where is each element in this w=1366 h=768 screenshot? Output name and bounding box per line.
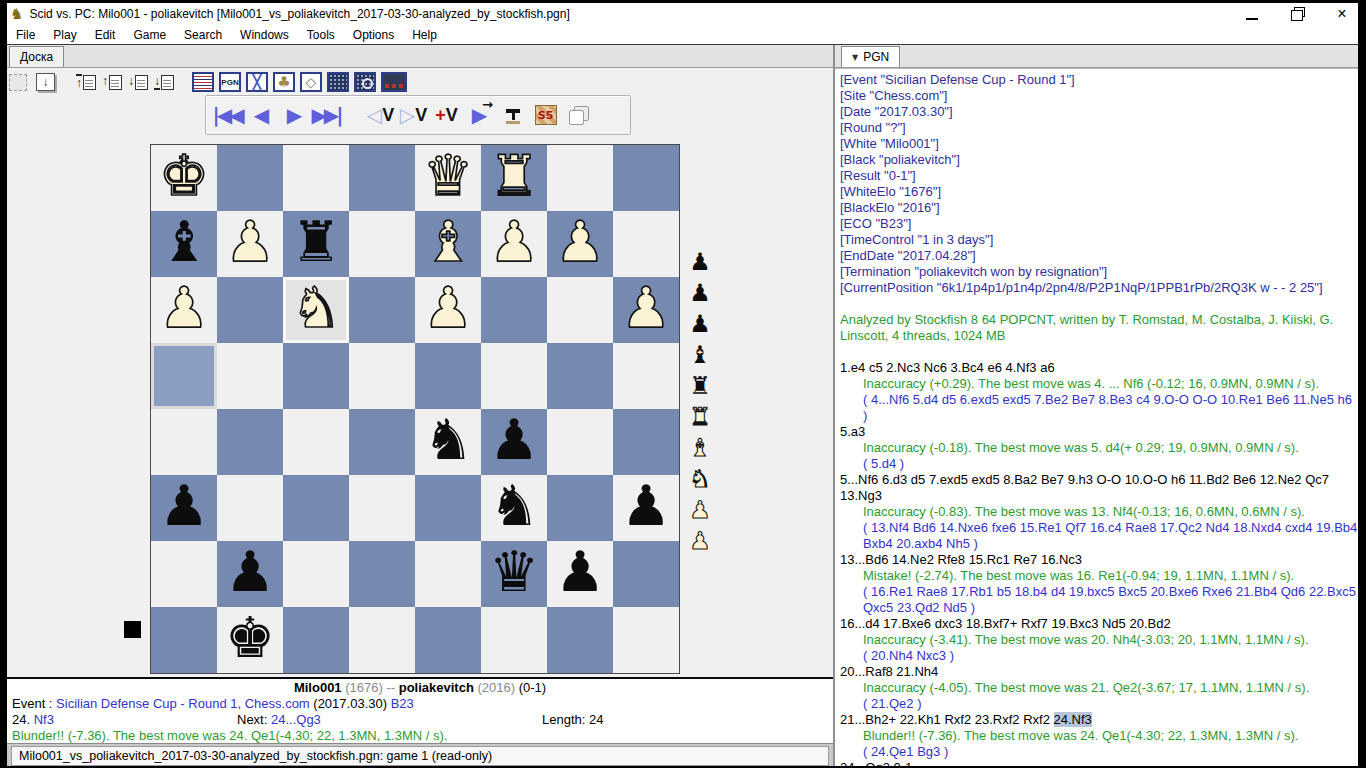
pgn-segment: Inaccuracy (-3.41). The best move was 20…: [863, 632, 1309, 647]
square-b2[interactable]: ♟: [547, 211, 613, 277]
square-h3[interactable]: ♟: [151, 277, 217, 343]
enter-variation-button[interactable]: ▷V: [397, 99, 430, 131]
captured-black-pawn: ♟: [683, 308, 717, 339]
tab-pgn-label: PGN: [863, 50, 889, 64]
white-pawn: ♟: [225, 214, 275, 270]
black-bishop: ♝: [159, 214, 209, 270]
pgn-segment: 5...Nf6 6.d3 d5 7.exd5 exd5 8.Ba2 Be7 9.…: [840, 472, 1329, 487]
square-c7[interactable]: ♛: [481, 541, 547, 607]
white-pawn: ♟: [423, 280, 473, 336]
square-e7[interactable]: [349, 541, 415, 607]
menu-search[interactable]: Search: [175, 27, 231, 43]
tools-icon[interactable]: ╳: [246, 72, 270, 92]
pgn-segment: Analyzed by Stockfish 8 64 POPCNT, writt…: [840, 312, 1333, 327]
pgn-line[interactable]: 1.e4 c5 2.Nc3 Nc6 3.Bc4 e6 4.Nf3 a6: [840, 360, 1358, 376]
pgn-segment: ( 16.Re1 Rae8 17.Rb1 b5 18.b4 d4 19.bxc5…: [863, 584, 1356, 599]
pgn-segment: [Result "0-1"]: [840, 168, 916, 183]
menu-options[interactable]: Options: [344, 27, 403, 43]
pgn-segment: Inaccuracy (-0.18). The best move was 5.…: [863, 440, 1299, 455]
square-d3[interactable]: ♟: [415, 277, 481, 343]
square-f3[interactable]: ♞: [283, 277, 349, 343]
pgn-line[interactable]: 20...Raf8 21.Nh4: [840, 664, 1358, 680]
pgn-segment: ( 21.Qe2 ): [863, 696, 922, 711]
pgn-line[interactable]: [840, 344, 1358, 360]
first-game-icon[interactable]: ↑: [76, 72, 99, 92]
previous-variation-button[interactable]: ◁V: [364, 99, 397, 131]
pgn-line[interactable]: [White "Milo001"]: [840, 136, 1358, 152]
pgn-line[interactable]: Analyzed by Stockfish 8 64 POPCNT, writt…: [840, 312, 1358, 328]
pgn-segment: [CurrentPosition "6k1/1p4p1/p1n4p/2pn4/8…: [840, 280, 1323, 295]
pgn-segment: 13.Ng3: [840, 488, 882, 503]
pgn-segment: 13...Bd6 14.Ne2 Rfe8 15.Rc1 Re7 16.Nc3: [840, 552, 1082, 567]
captured-white-bishop: ♝: [683, 432, 717, 463]
pgn-segment: [WhiteElo "1676"]: [840, 184, 941, 199]
square-g2[interactable]: ♟: [217, 211, 283, 277]
pgn-line[interactable]: [TimeControl "1 in 3 days"]: [840, 232, 1358, 248]
pgn-line[interactable]: Linscott, 4 threads, 1024 MB: [840, 328, 1358, 344]
square-d4[interactable]: [415, 343, 481, 409]
square-d6[interactable]: [415, 475, 481, 541]
pgn-line[interactable]: Qxc5 23.Qd2 Nd5 ): [840, 600, 1358, 616]
pgn-line[interactable]: Blunder!! (-7.36). The best move was 24.…: [840, 728, 1358, 744]
square-e4[interactable]: [349, 343, 415, 409]
pgn-line[interactable]: 5...Nf6 6.d3 d5 7.exd5 exd5 8.Ba2 Be7 9.…: [840, 472, 1358, 488]
square-e3[interactable]: [349, 277, 415, 343]
tab-board-label: Доска: [20, 50, 53, 64]
captured-white-pawn: ♟: [683, 525, 717, 556]
pgn-segment: [Site "Chess.com"]: [840, 88, 948, 103]
square-b6[interactable]: [547, 475, 613, 541]
square-e2[interactable]: [349, 211, 415, 277]
forward-button[interactable]: ▶: [278, 99, 311, 131]
pgn-line[interactable]: 24...Qg3 0-1: [840, 760, 1358, 766]
game-info-box: Milo001 (1676) -- poliakevitch (2016) (0…: [7, 677, 833, 743]
go-end-button[interactable]: ▶▶|: [311, 99, 344, 131]
black-knight: ♞: [489, 478, 539, 534]
square-c8[interactable]: [481, 607, 547, 673]
captured-black-rook: ♜: [683, 370, 717, 401]
minimize-button[interactable]: [1244, 6, 1260, 22]
pgn-segment: 21...Bh2+ 22.Kh1 Rxf2 23.Rxf2 Rxf2: [840, 712, 1054, 727]
square-a8[interactable]: [613, 607, 679, 673]
next-move[interactable]: Next: 24...Qg3: [237, 712, 542, 728]
pgn-line[interactable]: ( 20.Nh4 Nxc3 ): [840, 648, 1358, 664]
square-a4[interactable]: [613, 343, 679, 409]
status-filename: Milo001_vs_poliakevitch_2017-03-30-analy…: [11, 746, 829, 766]
pgn-line[interactable]: Inaccuracy (-0.83). The best move was 13…: [840, 504, 1358, 520]
event-line: Event : Sicilian Defense Cup - Round 1, …: [7, 696, 833, 712]
square-f6[interactable]: [283, 475, 349, 541]
pgn-segment: [EndDate "2017.04.28"]: [840, 248, 976, 263]
setup-board-icon[interactable]: [9, 72, 33, 92]
side-to-move-indicator: [124, 621, 141, 638]
moves-line: 24. Nf3 Next: 24...Qg3 Length: 24: [7, 712, 833, 728]
square-g6[interactable]: [217, 475, 283, 541]
black-pawn: ♟: [621, 478, 671, 534]
trial-mode-button[interactable]: [496, 99, 529, 131]
square-e8[interactable]: [349, 607, 415, 673]
next-game-icon[interactable]: ↓: [128, 72, 151, 92]
square-g8[interactable]: ♚: [217, 607, 283, 673]
board-tabstrip: Доска: [7, 45, 833, 68]
pgn-segment: [TimeControl "1 in 3 days"]: [840, 232, 993, 247]
menu-play[interactable]: Play: [44, 27, 85, 43]
pgn-segment: [White "Milo001"]: [840, 136, 939, 151]
pgn-line[interactable]: Inaccuracy (+0.29). The best move was 4.…: [840, 376, 1358, 392]
white-queen: ♛: [423, 148, 473, 204]
square-a6[interactable]: ♟: [613, 475, 679, 541]
square-a3[interactable]: ♟: [613, 277, 679, 343]
pgn-line[interactable]: Inaccuracy (-0.18). The best move was 5.…: [840, 440, 1358, 456]
pgn-segment: [Date "2017.03.30"]: [840, 104, 953, 119]
square-a1[interactable]: [613, 145, 679, 211]
pgn-segment: 24...Qg3 0-1: [840, 760, 912, 766]
go-start-button[interactable]: |◀◀: [212, 99, 245, 131]
square-f5[interactable]: [283, 409, 349, 475]
pgn-line[interactable]: ( 5.d4 ): [840, 456, 1358, 472]
pgn-segment: ( 24.Qe1 Bg3 ): [863, 744, 948, 759]
close-button[interactable]: ×: [1334, 6, 1350, 22]
square-h5[interactable]: [151, 409, 217, 475]
restore-button[interactable]: [1289, 6, 1305, 22]
square-c2[interactable]: ♟: [481, 211, 547, 277]
square-f4[interactable]: [283, 343, 349, 409]
shape-icon[interactable]: ◇: [300, 72, 324, 92]
menu-file[interactable]: File: [7, 27, 44, 43]
current-move[interactable]: 24. Nf3: [12, 712, 237, 728]
board-search-icon[interactable]: [354, 72, 378, 92]
black-king: ♚: [225, 610, 275, 666]
square-a2[interactable]: [613, 211, 679, 277]
pgn-segment: [Termination "poliakevitch won by resign…: [840, 264, 1107, 279]
pgn-segment: ( 13.Nf4 Bd6 14.Nxe6 fxe6 15.Re1 Qf7 16.…: [863, 520, 1357, 535]
square-d8[interactable]: [415, 607, 481, 673]
square-b8[interactable]: [547, 607, 613, 673]
pgn-line[interactable]: ( 13.Nf4 Bd6 14.Nxe6 fxe6 15.Re1 Qf7 16.…: [840, 520, 1358, 536]
captured-black-bishop: ♝: [683, 339, 717, 370]
black-pawn: ♟: [555, 544, 605, 600]
autoplay-button[interactable]: →▶: [463, 99, 496, 131]
pgn-line[interactable]: [Black "poliakevitch"]: [840, 152, 1358, 168]
captured-white-rook: ♜: [683, 401, 717, 432]
pgn-line[interactable]: 21...Bh2+ 22.Kh1 Rxf2 23.Rxf2 Rxf2 24.Nf…: [840, 712, 1358, 728]
pgn-line[interactable]: 5.a3: [840, 424, 1358, 440]
pgn-line[interactable]: [Termination "poliakevitch won by resign…: [840, 264, 1358, 280]
pgn-segment: 16...d4 17.Bxe6 dxc3 18.Bxf7+ Rxf7 19.Bx…: [840, 616, 1171, 631]
window-title: Scid vs. PC: Milo001 - poliakevitch [Mil…: [29, 7, 569, 21]
selected-move: 24.Nf3: [1054, 712, 1092, 727]
black-pawn: ♟: [159, 478, 209, 534]
pgn-segment: [Round "?"]: [840, 120, 906, 135]
menu-tools[interactable]: Tools: [298, 27, 344, 43]
pgn-segment: Linscott, 4 threads, 1024 MB: [840, 328, 1005, 343]
square-g7[interactable]: ♟: [217, 541, 283, 607]
pgn-segment: [Black "poliakevitch"]: [840, 152, 960, 167]
board-toolbar: ↓↑↑↓↓PGN╳♣◇: [9, 71, 412, 93]
square-b3[interactable]: [547, 277, 613, 343]
menu-edit[interactable]: Edit: [86, 27, 125, 43]
chess-board: ♚♛♜♝♟♜♝♟♟♟♞♟♟♞♟♟♞♟♟♛♟♚: [150, 144, 680, 674]
white-pawn: ♟: [159, 280, 209, 336]
pgn-segment: [ECO "B23"]: [840, 216, 911, 231]
pgn-line[interactable]: ( 16.Re1 Rae8 17.Rb1 b5 18.b4 d4 19.bxc5…: [840, 584, 1358, 600]
pgn-segment: ): [863, 408, 867, 423]
pgn-line[interactable]: [Round "?"]: [840, 120, 1358, 136]
square-g4[interactable]: [217, 343, 283, 409]
square-e6[interactable]: [349, 475, 415, 541]
title-bar: ♞ Scid vs. PC: Milo001 - poliakevitch [M…: [7, 3, 1358, 25]
menu-bar: FilePlayEditGameSearchWindowsToolsOption…: [7, 25, 1358, 45]
pgn-line[interactable]: Inaccuracy (-3.41). The best move was 20…: [840, 632, 1358, 648]
notation-list-icon[interactable]: [192, 72, 216, 92]
black-rook: ♜: [291, 214, 341, 270]
app-icon: ♞: [10, 7, 23, 22]
white-rook: ♜: [489, 148, 539, 204]
material-difference-column: ♟♟♟♝♜♜♝♞♟♟: [683, 246, 717, 556]
captured-black-pawn: ♟: [683, 246, 717, 277]
board-pattern-icon[interactable]: [327, 72, 351, 92]
square-c6[interactable]: ♞: [481, 475, 547, 541]
square-b1[interactable]: [547, 145, 613, 211]
square-h7[interactable]: [151, 541, 217, 607]
pgn-line[interactable]: 16...d4 17.Bxe6 dxc3 18.Bxf7+ Rxf7 19.Bx…: [840, 616, 1358, 632]
square-c3[interactable]: [481, 277, 547, 343]
app-window: ♞ Scid vs. PC: Milo001 - poliakevitch [M…: [7, 3, 1358, 766]
square-c5[interactable]: ♟: [481, 409, 547, 475]
engine-icon[interactable]: [381, 72, 409, 92]
pgn-line[interactable]: [CurrentPosition "6k1/1p4p1/p1n4p/2pn4/8…: [840, 280, 1358, 296]
square-h1[interactable]: ♚: [151, 145, 217, 211]
square-c4[interactable]: [481, 343, 547, 409]
pgn-segment: ( 20.Nh4 Nxc3 ): [863, 648, 954, 663]
square-h2[interactable]: ♝: [151, 211, 217, 277]
add-variation-button[interactable]: +V: [430, 99, 463, 131]
tab-pgn[interactable]: ▼ PGN: [841, 46, 900, 67]
captured-white-knight: ♞: [683, 463, 717, 494]
square-e1[interactable]: [349, 145, 415, 211]
white-bishop: ♝: [423, 214, 473, 270]
pgn-line[interactable]: [Site "Chess.com"]: [840, 88, 1358, 104]
pgn-line[interactable]: Bxb4 20.axb4 Nh5 ): [840, 536, 1358, 552]
square-d7[interactable]: [415, 541, 481, 607]
square-b5[interactable]: [547, 409, 613, 475]
pgn-icon[interactable]: PGN: [219, 72, 243, 92]
pgn-segment: [BlackElo "2016"]: [840, 200, 940, 215]
menu-help[interactable]: Help: [403, 27, 446, 43]
white-pawn: ♟: [489, 214, 539, 270]
square-g3[interactable]: [217, 277, 283, 343]
pgn-line[interactable]: 13...Bd6 14.Ne2 Rfe8 15.Rc1 Re7 16.Nc3: [840, 552, 1358, 568]
board-pane: Доска ↓↑↑↓↓PGN╳♣◇ |◀◀◀▶▶▶|◁V▷V+V→▶S5 ♚♛♜…: [7, 45, 833, 766]
square-e5[interactable]: [349, 409, 415, 475]
pgn-segment: [Event "Sicilian Defense Cup - Round 1"]: [840, 72, 1075, 87]
pgn-segment: 20...Raf8 21.Nh4: [840, 664, 938, 679]
square-d2[interactable]: ♝: [415, 211, 481, 277]
square-a5[interactable]: [613, 409, 679, 475]
menu-game[interactable]: Game: [124, 27, 175, 43]
pgn-segment: Qxc5 23.Qd2 Nd5 ): [863, 600, 975, 615]
pgn-line[interactable]: Inaccuracy (-4.05). The best move was 21…: [840, 680, 1358, 696]
white-knight: ♞: [291, 280, 341, 336]
navigation-toolbar: |◀◀◀▶▶▶|◁V▷V+V→▶S5: [205, 95, 631, 135]
white-pawn: ♟: [555, 214, 605, 270]
players-line: Milo001 (1676) -- poliakevitch (2016) (0…: [7, 680, 833, 696]
previous-game-icon[interactable]: ↑: [102, 72, 125, 92]
square-d1[interactable]: ♛: [415, 145, 481, 211]
pgn-segment: 5.a3: [840, 424, 865, 439]
analysis-comment: Blunder!! (-7.36). The best move was 24.…: [7, 728, 833, 743]
black-pawn: ♟: [489, 412, 539, 468]
captured-white-pawn: ♟: [683, 494, 717, 525]
square-d5[interactable]: ♞: [415, 409, 481, 475]
white-king: ♚: [159, 148, 209, 204]
game-length: Length: 24: [542, 712, 603, 728]
pgn-line[interactable]: [Event "Sicilian Defense Cup - Round 1"]: [840, 72, 1358, 88]
window-controls: ×: [1244, 3, 1350, 25]
pgn-line[interactable]: ( 24.Qe1 Bg3 ): [840, 744, 1358, 760]
pgn-segment: Inaccuracy (-4.05). The best move was 21…: [863, 680, 1309, 695]
pgn-line[interactable]: [ECO "B23"]: [840, 216, 1358, 232]
pgn-segment: ( 5.d4 ): [863, 456, 904, 471]
pgn-line[interactable]: 13.Ng3: [840, 488, 1358, 504]
copy-button[interactable]: [562, 99, 595, 131]
pgn-line[interactable]: ( 4...Nf6 5.d4 d5 6.exd5 exd5 7.Be2 Be7 …: [840, 392, 1358, 408]
pgn-line[interactable]: [Result "0-1"]: [840, 168, 1358, 184]
square-b7[interactable]: ♟: [547, 541, 613, 607]
pgn-line[interactable]: [EndDate "2017.04.28"]: [840, 248, 1358, 264]
engine-button[interactable]: S5: [529, 99, 562, 131]
black-knight: ♞: [423, 412, 473, 468]
square-f2[interactable]: ♜: [283, 211, 349, 277]
square-h8[interactable]: [151, 607, 217, 673]
tab-board[interactable]: Доска: [9, 46, 64, 67]
square-b4[interactable]: [547, 343, 613, 409]
pgn-segment: Inaccuracy (+0.29). The best move was 4.…: [863, 376, 1319, 391]
pgn-segment: Inaccuracy (-0.83). The best move was 13…: [863, 504, 1305, 519]
pgn-line[interactable]: ): [840, 408, 1358, 424]
black-queen: ♛: [489, 544, 539, 600]
captured-black-pawn: ♟: [683, 277, 717, 308]
pgn-pane: ▼ PGN [Event "Sicilian Defense Cup - Rou…: [833, 45, 1358, 766]
pgn-segment: 1.e4 c5 2.Nc3 Nc6 3.Bc4 e6 4.Nf3 a6: [840, 360, 1055, 375]
pgn-line[interactable]: [WhiteElo "1676"]: [840, 184, 1358, 200]
pgn-move-list[interactable]: [Event "Sicilian Defense Cup - Round 1"]…: [835, 68, 1358, 766]
chevron-down-icon: ▼: [852, 53, 858, 62]
back-button[interactable]: ◀: [245, 99, 278, 131]
square-c1[interactable]: ♜: [481, 145, 547, 211]
status-bar: Milo001_vs_poliakevitch_2017-03-30-analy…: [7, 743, 833, 766]
square-g5[interactable]: [217, 409, 283, 475]
pgn-segment: Blunder!! (-7.36). The best move was 24.…: [863, 728, 1298, 743]
tree-icon[interactable]: ♣: [273, 72, 297, 92]
pgn-line[interactable]: [BlackElo "2016"]: [840, 200, 1358, 216]
pgn-segment: Bxb4 20.axb4 Nh5 ): [863, 536, 978, 551]
square-h6[interactable]: ♟: [151, 475, 217, 541]
pgn-segment: ( 4...Nf6 5.d4 d5 6.exd5 exd5 7.Be2 Be7 …: [863, 392, 1352, 407]
white-pawn: ♟: [621, 280, 671, 336]
menu-windows[interactable]: Windows: [231, 27, 298, 43]
square-f7[interactable]: [283, 541, 349, 607]
pgn-line[interactable]: ( 21.Qe2 ): [840, 696, 1358, 712]
save-game-icon[interactable]: ↓: [36, 72, 73, 92]
square-g1[interactable]: [217, 145, 283, 211]
last-game-icon[interactable]: ↓: [154, 72, 177, 92]
pgn-tabstrip: ▼ PGN: [835, 45, 1358, 68]
black-pawn: ♟: [225, 544, 275, 600]
pgn-segment: Mistake! (-2.74). The best move was 16. …: [863, 568, 1294, 583]
pgn-line[interactable]: Mistake! (-2.74). The best move was 16. …: [840, 568, 1358, 584]
square-a7[interactable]: [613, 541, 679, 607]
square-f1[interactable]: [283, 145, 349, 211]
pgn-line[interactable]: [840, 296, 1358, 312]
pgn-line[interactable]: [Date "2017.03.30"]: [840, 104, 1358, 120]
square-f8[interactable]: [283, 607, 349, 673]
square-h4[interactable]: [151, 343, 217, 409]
